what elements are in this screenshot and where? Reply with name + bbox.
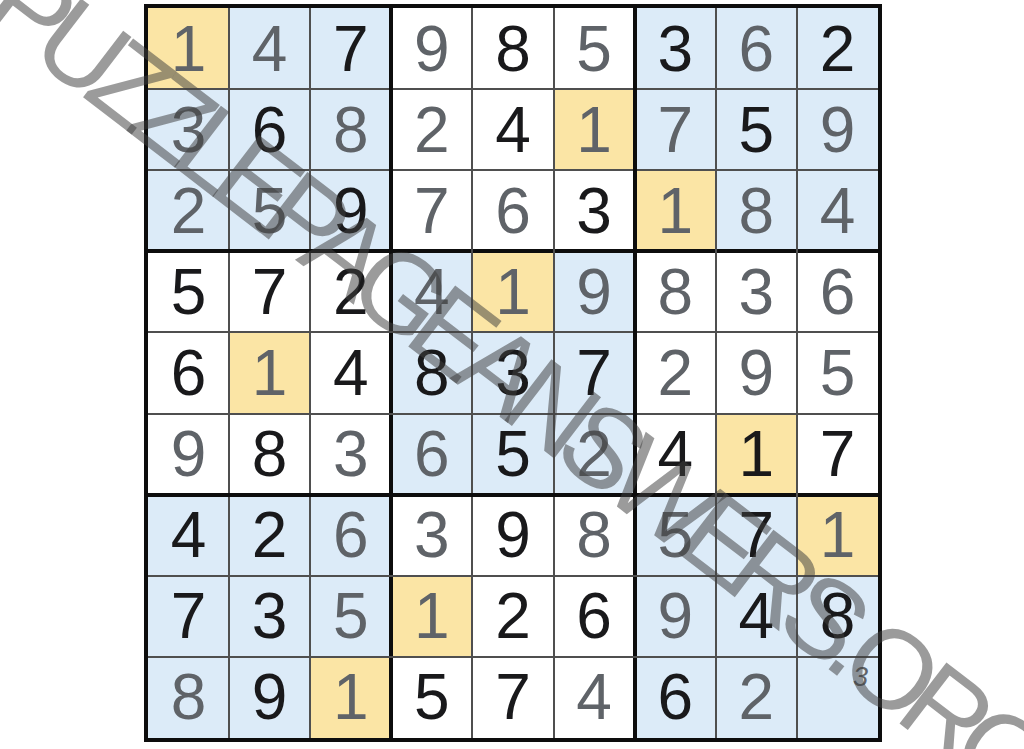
cell-r9c1: 8 xyxy=(148,657,229,738)
cell-r2c9: 9 xyxy=(797,89,878,170)
cell-r6c9: 7 xyxy=(797,414,878,495)
cell-r8c9: 8 xyxy=(797,576,878,657)
cell-r8c5: 2 xyxy=(472,576,553,657)
cell-r1c9: 2 xyxy=(797,8,878,89)
cell-r4c3: 2 xyxy=(310,251,391,332)
cell-r3c7: 1 xyxy=(635,170,716,251)
cell-r1c5: 8 xyxy=(472,8,553,89)
cell-r7c7: 5 xyxy=(635,495,716,576)
cell-r9c9: 3 xyxy=(797,657,878,738)
cell-r4c4: 4 xyxy=(391,251,472,332)
cell-r2c3: 8 xyxy=(310,89,391,170)
cell-r2c1: 3 xyxy=(148,89,229,170)
cell-r9c5: 7 xyxy=(472,657,553,738)
cell-r4c8: 3 xyxy=(716,251,797,332)
cell-r8c6: 6 xyxy=(554,576,635,657)
cell-r6c1: 9 xyxy=(148,414,229,495)
cell-r3c5: 6 xyxy=(472,170,553,251)
cell-r3c3: 9 xyxy=(310,170,391,251)
cell-r9c7: 6 xyxy=(635,657,716,738)
cell-r8c8: 4 xyxy=(716,576,797,657)
cell-r9c2: 9 xyxy=(229,657,310,738)
cell-r5c8: 9 xyxy=(716,332,797,413)
cell-r1c8: 6 xyxy=(716,8,797,89)
cell-r6c8: 1 xyxy=(716,414,797,495)
cell-r7c1: 4 xyxy=(148,495,229,576)
cell-r3c6: 3 xyxy=(554,170,635,251)
cell-r2c2: 6 xyxy=(229,89,310,170)
cell-r6c3: 3 xyxy=(310,414,391,495)
cell-r6c6: 2 xyxy=(554,414,635,495)
cell-r3c2: 5 xyxy=(229,170,310,251)
cell-r1c4: 9 xyxy=(391,8,472,89)
cell-r5c1: 6 xyxy=(148,332,229,413)
board-cells: 1479853623682417592597631845724198366148… xyxy=(148,8,878,738)
cell-r7c3: 6 xyxy=(310,495,391,576)
cell-r1c7: 3 xyxy=(635,8,716,89)
cell-r8c7: 9 xyxy=(635,576,716,657)
cell-r5c4: 8 xyxy=(391,332,472,413)
cell-r9c4: 5 xyxy=(391,657,472,738)
cell-r5c6: 7 xyxy=(554,332,635,413)
cell-r4c7: 8 xyxy=(635,251,716,332)
cell-r1c6: 5 xyxy=(554,8,635,89)
cell-r8c2: 3 xyxy=(229,576,310,657)
cell-r7c8: 7 xyxy=(716,495,797,576)
cell-r8c1: 7 xyxy=(148,576,229,657)
cell-r7c4: 3 xyxy=(391,495,472,576)
cell-r9c6: 4 xyxy=(554,657,635,738)
cell-r4c5: 1 xyxy=(472,251,553,332)
cell-r7c9: 1 xyxy=(797,495,878,576)
cell-r8c3: 5 xyxy=(310,576,391,657)
cell-r3c4: 7 xyxy=(391,170,472,251)
cell-r7c6: 8 xyxy=(554,495,635,576)
cell-r4c9: 6 xyxy=(797,251,878,332)
sudoku-board: 1479853623682417592597631845724198366148… xyxy=(144,4,882,742)
cell-r2c5: 4 xyxy=(472,89,553,170)
cell-r9c8: 2 xyxy=(716,657,797,738)
cell-r5c2: 1 xyxy=(229,332,310,413)
cell-r9c3: 1 xyxy=(310,657,391,738)
cell-r2c6: 1 xyxy=(554,89,635,170)
cell-r1c2: 4 xyxy=(229,8,310,89)
cell-r4c1: 5 xyxy=(148,251,229,332)
cell-r5c7: 2 xyxy=(635,332,716,413)
cell-r3c8: 8 xyxy=(716,170,797,251)
cell-r1c3: 7 xyxy=(310,8,391,89)
cell-r2c4: 2 xyxy=(391,89,472,170)
cell-r6c7: 4 xyxy=(635,414,716,495)
cell-r3c1: 2 xyxy=(148,170,229,251)
cell-r2c7: 7 xyxy=(635,89,716,170)
cell-r5c5: 3 xyxy=(472,332,553,413)
cell-r5c3: 4 xyxy=(310,332,391,413)
pencil-mark-3: 3 xyxy=(853,664,868,691)
cell-r6c5: 5 xyxy=(472,414,553,495)
cell-r7c5: 9 xyxy=(472,495,553,576)
cell-r4c2: 7 xyxy=(229,251,310,332)
cell-r6c2: 8 xyxy=(229,414,310,495)
cell-r1c1: 1 xyxy=(148,8,229,89)
cell-r5c9: 5 xyxy=(797,332,878,413)
cell-r4c6: 9 xyxy=(554,251,635,332)
cell-r7c2: 2 xyxy=(229,495,310,576)
page: 1479853623682417592597631845724198366148… xyxy=(0,0,1024,749)
cell-r6c4: 6 xyxy=(391,414,472,495)
cell-r8c4: 1 xyxy=(391,576,472,657)
cell-r2c8: 5 xyxy=(716,89,797,170)
cell-r3c9: 4 xyxy=(797,170,878,251)
